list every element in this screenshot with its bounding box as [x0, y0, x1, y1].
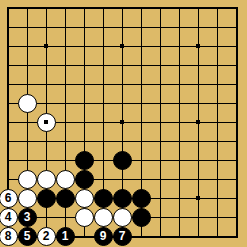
stone-black	[56, 189, 75, 208]
stone-black	[132, 189, 151, 208]
stone-black	[113, 151, 132, 170]
move-number: 2	[43, 230, 50, 242]
move-number: 6	[5, 192, 12, 204]
stone-white	[18, 170, 37, 189]
star-point	[120, 196, 124, 200]
stone-black	[75, 170, 94, 189]
star-point	[196, 44, 200, 48]
stone-white	[113, 208, 132, 227]
stone-black-move-1: 1	[56, 227, 75, 246]
move-number: 3	[24, 211, 31, 223]
stone-black	[94, 189, 113, 208]
stone-white	[94, 208, 113, 227]
stone-black	[132, 208, 151, 227]
star-point	[44, 44, 48, 48]
stone-black-move-7: 7	[113, 227, 132, 246]
star-point	[120, 120, 124, 124]
move-number: 9	[100, 230, 107, 242]
move-number: 1	[62, 230, 69, 242]
star-point	[120, 44, 124, 48]
move-number: 5	[24, 230, 31, 242]
go-diagram: 643852197	[0, 0, 247, 247]
stone-white-move-6: 6	[0, 189, 18, 208]
stone-black	[75, 151, 94, 170]
stone-black-move-3: 3	[18, 208, 37, 227]
stone-white-move-2: 2	[37, 227, 56, 246]
star-point	[196, 196, 200, 200]
stone-white-move-4: 4	[0, 208, 18, 227]
star-point	[196, 120, 200, 124]
stone-white	[18, 94, 37, 113]
stone-black-move-5: 5	[18, 227, 37, 246]
move-number: 8	[5, 230, 12, 242]
stone-white	[37, 170, 56, 189]
move-number: 7	[119, 230, 126, 242]
stone-white	[18, 189, 37, 208]
stone-black-move-9: 9	[94, 227, 113, 246]
move-number: 4	[5, 211, 12, 223]
stone-white	[75, 208, 94, 227]
stone-white	[56, 170, 75, 189]
stone-white	[75, 189, 94, 208]
stone-white-move-8: 8	[0, 227, 18, 246]
star-point	[44, 196, 48, 200]
star-point	[44, 120, 48, 124]
